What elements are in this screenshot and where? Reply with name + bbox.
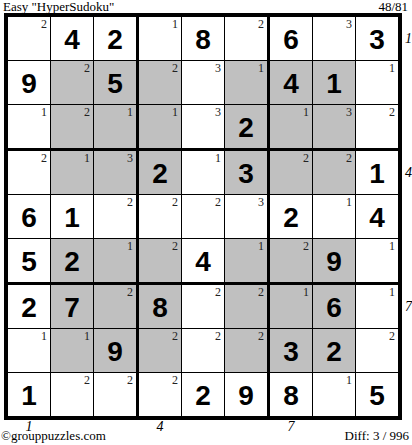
copyright-text: ©grouppuzzles.com (1, 428, 106, 444)
cell-r3c5[interactable]: 3 (182, 105, 225, 151)
given-digit: 9 (326, 246, 342, 276)
sudoku-board: 2421826339252314111211321322132132216122… (4, 13, 402, 420)
cell-r1c4[interactable]: 1 (139, 17, 182, 61)
cell-r4c5[interactable]: 1 (182, 151, 225, 195)
corner-mark: 2 (84, 105, 90, 119)
cell-r6c5[interactable]: 4 (182, 239, 225, 285)
corner-mark: 2 (389, 105, 395, 119)
corner-mark: 2 (303, 239, 309, 253)
corner-mark: 3 (346, 105, 352, 119)
cell-r5c4[interactable]: 2 (139, 195, 182, 239)
cell-r6c8[interactable]: 9 (313, 239, 356, 285)
corner-mark: 2 (172, 61, 178, 75)
corner-mark: 1 (346, 195, 352, 209)
corner-mark: 3 (127, 151, 133, 165)
corner-mark: 2 (346, 151, 352, 165)
corner-mark: 1 (303, 105, 309, 119)
given-digit: 9 (21, 68, 37, 98)
corner-mark: 1 (389, 285, 395, 299)
cell-r9c7[interactable]: 8 (270, 373, 313, 416)
corner-mark: 1 (346, 373, 352, 387)
given-digit: 5 (107, 68, 123, 98)
cell-r8c7[interactable]: 3 (270, 329, 313, 373)
corner-mark: 1 (258, 239, 264, 253)
cell-r8c2[interactable]: 1 (51, 329, 94, 373)
cell-r7c1[interactable]: 2 (8, 285, 51, 329)
corner-mark: 2 (172, 195, 178, 209)
cell-r6c2[interactable]: 2 (51, 239, 94, 285)
cell-r4c8[interactable]: 2 (313, 151, 356, 195)
cell-r2c2[interactable]: 2 (51, 61, 94, 105)
given-digit: 1 (369, 158, 385, 188)
difficulty-text: Diff: 3 / 996 (345, 428, 409, 444)
cell-r6c7[interactable]: 2 (270, 239, 313, 285)
given-digit: 3 (369, 24, 385, 54)
corner-mark: 1 (389, 61, 395, 75)
given-digit: 7 (64, 292, 80, 322)
cell-r3c3[interactable]: 1 (94, 105, 139, 151)
col-label-4: 4 (157, 419, 164, 435)
row-label-7: 7 (405, 299, 412, 315)
corner-mark: 2 (258, 329, 264, 343)
corner-mark: 1 (215, 151, 221, 165)
corner-mark: 1 (41, 329, 47, 343)
cell-r6c9[interactable]: 1 (356, 239, 398, 285)
cell-r9c6[interactable]: 9 (225, 373, 270, 416)
corner-mark: 3 (215, 61, 221, 75)
corner-mark: 2 (172, 239, 178, 253)
corner-mark: 2 (303, 151, 309, 165)
corner-mark: 1 (303, 285, 309, 299)
given-digit: 2 (283, 202, 299, 232)
given-digit: 6 (326, 292, 342, 322)
cell-r1c1[interactable]: 2 (8, 17, 51, 61)
given-digit: 9 (107, 336, 123, 366)
cell-r1c2[interactable]: 4 (51, 17, 94, 61)
corner-mark: 1 (172, 105, 178, 119)
cell-r8c9[interactable]: 2 (356, 329, 398, 373)
row-label-1: 1 (405, 31, 412, 47)
corner-mark: 2 (41, 151, 47, 165)
corner-mark: 3 (258, 195, 264, 209)
given-digit: 4 (283, 68, 299, 98)
cell-r9c8[interactable]: 1 (313, 373, 356, 416)
corner-mark: 2 (84, 373, 90, 387)
cell-r7c5[interactable]: 2 (182, 285, 225, 329)
cell-r4c2[interactable]: 1 (51, 151, 94, 195)
given-digit: 2 (326, 336, 342, 366)
cell-r5c8[interactable]: 1 (313, 195, 356, 239)
cell-r8c5[interactable]: 2 (182, 329, 225, 373)
given-digit: 3 (283, 336, 299, 366)
given-digit: 4 (64, 24, 80, 54)
cell-r4c1[interactable]: 2 (8, 151, 51, 195)
given-digit: 2 (107, 24, 123, 54)
given-digit: 6 (283, 24, 299, 54)
cell-r3c4[interactable]: 1 (139, 105, 182, 151)
cell-r6c6[interactable]: 1 (225, 239, 270, 285)
given-digit: 2 (152, 158, 168, 188)
row-label-4: 4 (405, 165, 412, 181)
cell-r1c6[interactable]: 2 (225, 17, 270, 61)
corner-mark: 1 (41, 105, 47, 119)
cell-r9c1[interactable]: 1 (8, 373, 51, 416)
given-digit: 2 (195, 380, 211, 410)
cell-r4c9[interactable]: 1 (356, 151, 398, 195)
corner-mark: 1 (84, 151, 90, 165)
cell-r5c1[interactable]: 6 (8, 195, 51, 239)
given-digit: 8 (283, 380, 299, 410)
corner-mark: 2 (41, 17, 47, 31)
cell-r3c6[interactable]: 2 (225, 105, 270, 151)
corner-mark: 1 (258, 61, 264, 75)
cell-r3c9[interactable]: 2 (356, 105, 398, 151)
corner-mark: 2 (215, 195, 221, 209)
cell-r7c2[interactable]: 7 (51, 285, 94, 329)
cell-r7c7[interactable]: 1 (270, 285, 313, 329)
cell-r9c2[interactable]: 2 (51, 373, 94, 416)
cell-r2c7[interactable]: 4 (270, 61, 313, 105)
cell-r1c9[interactable]: 3 (356, 17, 398, 61)
corner-mark: 2 (172, 373, 178, 387)
corner-mark: 2 (389, 329, 395, 343)
cell-r1c7[interactable]: 6 (270, 17, 313, 61)
cell-r2c9[interactable]: 1 (356, 61, 398, 105)
given-digit: 4 (369, 202, 385, 232)
corner-mark: 2 (127, 373, 133, 387)
puzzle-page: Easy "HyperSudoku" 48/81 242182633925231… (0, 0, 412, 445)
given-digit: 6 (21, 202, 37, 232)
cell-r2c4[interactable]: 2 (139, 61, 182, 105)
cell-r7c8[interactable]: 6 (313, 285, 356, 329)
given-digit: 1 (326, 68, 342, 98)
cell-r5c2[interactable]: 1 (51, 195, 94, 239)
cell-r1c5[interactable]: 8 (182, 17, 225, 61)
given-digit: 2 (64, 246, 80, 276)
corner-mark: 2 (127, 195, 133, 209)
cell-r8c1[interactable]: 1 (8, 329, 51, 373)
cell-r5c5[interactable]: 2 (182, 195, 225, 239)
cell-r1c8[interactable]: 3 (313, 17, 356, 61)
cell-r1c3[interactable]: 2 (94, 17, 139, 61)
cell-r2c5[interactable]: 3 (182, 61, 225, 105)
given-digit: 3 (238, 158, 254, 188)
cell-r6c3[interactable]: 1 (94, 239, 139, 285)
given-digit: 2 (238, 112, 254, 142)
given-digit: 1 (21, 380, 37, 410)
cell-r9c5[interactable]: 2 (182, 373, 225, 416)
cell-r6c1[interactable]: 5 (8, 239, 51, 285)
given-digit: 1 (64, 202, 80, 232)
corner-mark: 2 (215, 285, 221, 299)
cell-r7c9[interactable]: 1 (356, 285, 398, 329)
given-digit: 8 (195, 24, 211, 54)
col-label-7: 7 (288, 419, 295, 435)
given-digit: 5 (21, 246, 37, 276)
cell-r8c8[interactable]: 2 (313, 329, 356, 373)
cell-r3c7[interactable]: 1 (270, 105, 313, 151)
corner-mark: 1 (172, 17, 178, 31)
cell-r8c6[interactable]: 2 (225, 329, 270, 373)
cell-r3c2[interactable]: 2 (51, 105, 94, 151)
cell-r9c4[interactable]: 2 (139, 373, 182, 416)
cell-r5c6[interactable]: 3 (225, 195, 270, 239)
given-digit: 8 (152, 292, 168, 322)
cell-r3c1[interactable]: 1 (8, 105, 51, 151)
corner-mark: 2 (258, 17, 264, 31)
cell-r3c8[interactable]: 3 (313, 105, 356, 151)
cell-r4c4[interactable]: 2 (139, 151, 182, 195)
cell-r8c4[interactable]: 2 (139, 329, 182, 373)
cell-r9c9[interactable]: 5 (356, 373, 398, 416)
cell-r7c6[interactable]: 2 (225, 285, 270, 329)
cell-r2c6[interactable]: 1 (225, 61, 270, 105)
cell-r7c4[interactable]: 8 (139, 285, 182, 329)
cell-r5c7[interactable]: 2 (270, 195, 313, 239)
cell-r4c6[interactable]: 3 (225, 151, 270, 195)
corner-mark: 1 (389, 239, 395, 253)
cell-r5c3[interactable]: 2 (94, 195, 139, 239)
cell-r4c7[interactable]: 2 (270, 151, 313, 195)
cell-r2c8[interactable]: 1 (313, 61, 356, 105)
cell-r2c1[interactable]: 9 (8, 61, 51, 105)
corner-mark: 2 (215, 329, 221, 343)
cell-r4c3[interactable]: 3 (94, 151, 139, 195)
corner-mark: 2 (258, 285, 264, 299)
given-digit: 2 (21, 292, 37, 322)
corner-mark: 3 (215, 105, 221, 119)
cell-r9c3[interactable]: 2 (94, 373, 139, 416)
cell-r7c3[interactable]: 2 (94, 285, 139, 329)
corner-mark: 1 (127, 239, 133, 253)
cell-r2c3[interactable]: 5 (94, 61, 139, 105)
cell-r8c3[interactable]: 9 (94, 329, 139, 373)
cell-r6c4[interactable]: 2 (139, 239, 182, 285)
corner-mark: 2 (127, 285, 133, 299)
corner-mark: 2 (172, 329, 178, 343)
corner-mark: 1 (84, 329, 90, 343)
given-digit: 4 (195, 246, 211, 276)
cell-r5c9[interactable]: 4 (356, 195, 398, 239)
corner-mark: 1 (127, 105, 133, 119)
given-digit: 9 (238, 380, 254, 410)
corner-mark: 2 (84, 61, 90, 75)
corner-mark: 3 (346, 17, 352, 31)
given-digit: 5 (369, 380, 385, 410)
